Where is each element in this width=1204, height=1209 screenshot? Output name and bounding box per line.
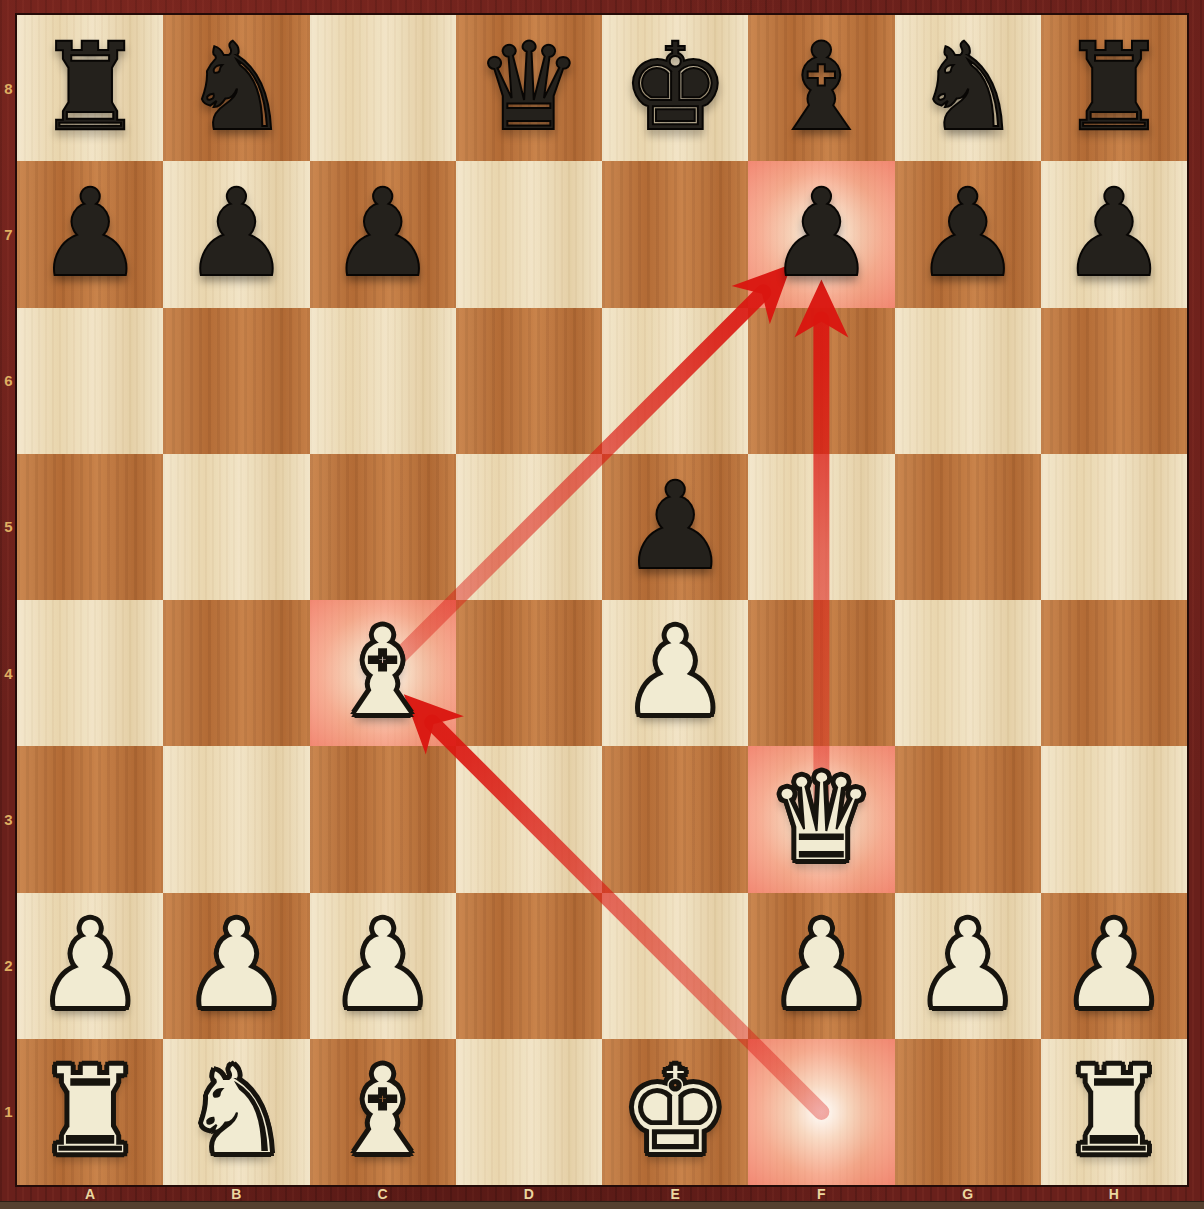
piece-black-pawn-a7[interactable]: ♟	[17, 161, 163, 307]
square-d6[interactable]	[456, 308, 602, 454]
square-f1[interactable]	[748, 1039, 894, 1185]
piece-white-bishop-c4[interactable]: ♝	[310, 600, 456, 746]
piece-black-pawn-g7[interactable]: ♟	[895, 161, 1041, 307]
piece-white-pawn-g2[interactable]: ♟	[895, 893, 1041, 1039]
file-label-c: C	[310, 1185, 456, 1202]
square-f6[interactable]	[748, 308, 894, 454]
square-d7[interactable]	[456, 161, 602, 307]
file-label-g: G	[895, 1185, 1041, 1202]
square-a4[interactable]	[17, 600, 163, 746]
piece-white-pawn-c2[interactable]: ♟	[310, 893, 456, 1039]
piece-black-queen-d8[interactable]: ♛	[456, 15, 602, 161]
piece-black-pawn-f7[interactable]: ♟	[748, 161, 894, 307]
file-label-b: B	[163, 1185, 309, 1202]
square-c3[interactable]	[310, 746, 456, 892]
square-g5[interactable]	[895, 454, 1041, 600]
board-area: ♜♞♛♚♝♞♜♟♟♟♟♟♟♟♝♟♛♟♟♟♟♟♟♜♞♝♚♜	[17, 15, 1187, 1185]
rank-label-2: 2	[0, 893, 17, 1039]
piece-black-knight-g8[interactable]: ♞	[895, 15, 1041, 161]
rank-label-4: 4	[0, 600, 17, 746]
piece-black-king-e8[interactable]: ♚	[602, 15, 748, 161]
square-g6[interactable]	[895, 308, 1041, 454]
square-a5[interactable]	[17, 454, 163, 600]
square-g4[interactable]	[895, 600, 1041, 746]
piece-white-pawn-f2[interactable]: ♟	[748, 893, 894, 1039]
square-e6[interactable]	[602, 308, 748, 454]
piece-black-bishop-f8[interactable]: ♝	[748, 15, 894, 161]
square-d3[interactable]	[456, 746, 602, 892]
file-label-a: A	[17, 1185, 163, 1202]
square-c6[interactable]	[310, 308, 456, 454]
square-f5[interactable]	[748, 454, 894, 600]
piece-black-pawn-e5[interactable]: ♟	[602, 454, 748, 600]
rank-label-3: 3	[0, 746, 17, 892]
square-h6[interactable]	[1041, 308, 1187, 454]
rank-label-6: 6	[0, 308, 17, 454]
file-label-f: F	[748, 1185, 894, 1202]
piece-white-pawn-h2[interactable]: ♟	[1041, 893, 1187, 1039]
rank-label-8: 8	[0, 15, 17, 161]
file-label-e: E	[602, 1185, 748, 1202]
chess-board-frame: 87654321 ABCDEFGH ♜♞♛♚♝♞♜♟♟♟♟♟♟♟♝♟♛♟♟♟♟♟…	[0, 0, 1204, 1209]
piece-white-rook-a1[interactable]: ♜	[17, 1039, 163, 1185]
rank-label-1: 1	[0, 1039, 17, 1185]
square-e3[interactable]	[602, 746, 748, 892]
piece-white-bishop-c1[interactable]: ♝	[310, 1039, 456, 1185]
square-h5[interactable]	[1041, 454, 1187, 600]
square-c8[interactable]	[310, 15, 456, 161]
square-f4[interactable]	[748, 600, 894, 746]
piece-white-king-e1[interactable]: ♚	[602, 1039, 748, 1185]
piece-white-pawn-a2[interactable]: ♟	[17, 893, 163, 1039]
square-b3[interactable]	[163, 746, 309, 892]
piece-black-pawn-h7[interactable]: ♟	[1041, 161, 1187, 307]
square-a3[interactable]	[17, 746, 163, 892]
square-g3[interactable]	[895, 746, 1041, 892]
square-h3[interactable]	[1041, 746, 1187, 892]
rank-labels: 87654321	[0, 15, 17, 1185]
file-label-d: D	[456, 1185, 602, 1202]
file-label-h: H	[1041, 1185, 1187, 1202]
square-b6[interactable]	[163, 308, 309, 454]
square-d1[interactable]	[456, 1039, 602, 1185]
piece-black-pawn-c7[interactable]: ♟	[310, 161, 456, 307]
piece-black-rook-h8[interactable]: ♜	[1041, 15, 1187, 161]
square-a6[interactable]	[17, 308, 163, 454]
square-h4[interactable]	[1041, 600, 1187, 746]
square-d2[interactable]	[456, 893, 602, 1039]
square-e2[interactable]	[602, 893, 748, 1039]
file-labels: ABCDEFGH	[17, 1185, 1187, 1202]
piece-white-knight-b1[interactable]: ♞	[163, 1039, 309, 1185]
piece-black-pawn-b7[interactable]: ♟	[163, 161, 309, 307]
piece-white-pawn-e4[interactable]: ♟	[602, 600, 748, 746]
square-c5[interactable]	[310, 454, 456, 600]
rank-label-7: 7	[0, 161, 17, 307]
square-d4[interactable]	[456, 600, 602, 746]
piece-white-rook-h1[interactable]: ♜	[1041, 1039, 1187, 1185]
square-d5[interactable]	[456, 454, 602, 600]
square-b5[interactable]	[163, 454, 309, 600]
piece-white-queen-f3[interactable]: ♛	[748, 746, 894, 892]
square-g1[interactable]	[895, 1039, 1041, 1185]
square-e7[interactable]	[602, 161, 748, 307]
rank-label-5: 5	[0, 454, 17, 600]
piece-white-pawn-b2[interactable]: ♟	[163, 893, 309, 1039]
piece-black-rook-a8[interactable]: ♜	[17, 15, 163, 161]
piece-black-knight-b8[interactable]: ♞	[163, 15, 309, 161]
square-b4[interactable]	[163, 600, 309, 746]
